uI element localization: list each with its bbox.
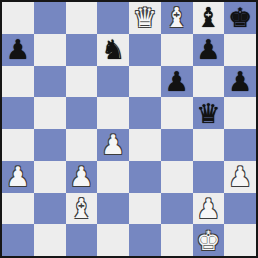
- square-g1[interactable]: ♚: [193, 224, 225, 256]
- black-pawn-f6[interactable]: ♟: [165, 66, 189, 97]
- square-d7[interactable]: ♞: [97, 34, 129, 66]
- square-c2[interactable]: ♝: [66, 193, 98, 225]
- square-b3[interactable]: [34, 161, 66, 193]
- square-a6[interactable]: [2, 66, 34, 98]
- square-d2[interactable]: [97, 193, 129, 225]
- square-g3[interactable]: [193, 161, 225, 193]
- black-bishop-g8[interactable]: ♝: [196, 2, 220, 33]
- square-b4[interactable]: [34, 129, 66, 161]
- black-pawn-h6[interactable]: ♟: [228, 66, 252, 97]
- square-a1[interactable]: [2, 224, 34, 256]
- black-queen-g5[interactable]: ♛: [196, 98, 220, 129]
- square-c6[interactable]: [66, 66, 98, 98]
- square-f2[interactable]: [161, 193, 193, 225]
- square-d1[interactable]: [97, 224, 129, 256]
- square-a7[interactable]: ♟: [2, 34, 34, 66]
- square-f4[interactable]: [161, 129, 193, 161]
- white-bishop-f8[interactable]: ♝: [165, 2, 189, 33]
- square-f6[interactable]: ♟: [161, 66, 193, 98]
- square-c1[interactable]: [66, 224, 98, 256]
- white-pawn-d4[interactable]: ♟: [101, 129, 125, 160]
- square-g8[interactable]: ♝: [193, 2, 225, 34]
- white-pawn-c3[interactable]: ♟: [69, 161, 93, 192]
- square-d3[interactable]: [97, 161, 129, 193]
- square-h1[interactable]: [224, 224, 256, 256]
- square-e1[interactable]: [129, 224, 161, 256]
- square-f8[interactable]: ♝: [161, 2, 193, 34]
- square-d6[interactable]: [97, 66, 129, 98]
- square-e4[interactable]: [129, 129, 161, 161]
- square-h3[interactable]: ♟: [224, 161, 256, 193]
- white-pawn-g2[interactable]: ♟: [196, 193, 220, 224]
- square-c7[interactable]: [66, 34, 98, 66]
- square-e5[interactable]: [129, 97, 161, 129]
- square-f5[interactable]: [161, 97, 193, 129]
- black-pawn-g7[interactable]: ♟: [196, 34, 220, 65]
- square-e2[interactable]: [129, 193, 161, 225]
- square-c4[interactable]: [66, 129, 98, 161]
- square-h2[interactable]: [224, 193, 256, 225]
- square-g6[interactable]: [193, 66, 225, 98]
- square-b6[interactable]: [34, 66, 66, 98]
- square-g4[interactable]: [193, 129, 225, 161]
- square-c5[interactable]: [66, 97, 98, 129]
- square-e8[interactable]: ♛: [129, 2, 161, 34]
- chess-board: ♛♝♝♚♟♞♟♟♟♛♟♟♟♟♝♟♚: [2, 2, 256, 256]
- square-e7[interactable]: [129, 34, 161, 66]
- square-h7[interactable]: [224, 34, 256, 66]
- square-d5[interactable]: [97, 97, 129, 129]
- square-h4[interactable]: [224, 129, 256, 161]
- square-c8[interactable]: [66, 2, 98, 34]
- square-h8[interactable]: ♚: [224, 2, 256, 34]
- square-b5[interactable]: [34, 97, 66, 129]
- square-c3[interactable]: ♟: [66, 161, 98, 193]
- white-queen-e8[interactable]: ♛: [133, 2, 157, 33]
- square-f7[interactable]: [161, 34, 193, 66]
- white-pawn-h3[interactable]: ♟: [228, 161, 252, 192]
- square-h6[interactable]: ♟: [224, 66, 256, 98]
- white-bishop-c2[interactable]: ♝: [69, 193, 93, 224]
- square-b2[interactable]: [34, 193, 66, 225]
- square-b1[interactable]: [34, 224, 66, 256]
- black-knight-d7[interactable]: ♞: [101, 34, 125, 65]
- square-b8[interactable]: [34, 2, 66, 34]
- chess-board-frame: ♛♝♝♚♟♞♟♟♟♛♟♟♟♟♝♟♚: [0, 0, 258, 258]
- square-a4[interactable]: [2, 129, 34, 161]
- square-g5[interactable]: ♛: [193, 97, 225, 129]
- square-g7[interactable]: ♟: [193, 34, 225, 66]
- square-f3[interactable]: [161, 161, 193, 193]
- white-king-g1[interactable]: ♚: [196, 225, 220, 256]
- square-d4[interactable]: ♟: [97, 129, 129, 161]
- square-d8[interactable]: [97, 2, 129, 34]
- square-a3[interactable]: ♟: [2, 161, 34, 193]
- square-a8[interactable]: [2, 2, 34, 34]
- square-a5[interactable]: [2, 97, 34, 129]
- square-a2[interactable]: [2, 193, 34, 225]
- square-f1[interactable]: [161, 224, 193, 256]
- white-pawn-a3[interactable]: ♟: [6, 161, 30, 192]
- square-b7[interactable]: [34, 34, 66, 66]
- square-e6[interactable]: [129, 66, 161, 98]
- square-g2[interactable]: ♟: [193, 193, 225, 225]
- black-king-h8[interactable]: ♚: [228, 2, 252, 33]
- square-h5[interactable]: [224, 97, 256, 129]
- square-e3[interactable]: [129, 161, 161, 193]
- black-pawn-a7[interactable]: ♟: [6, 34, 30, 65]
